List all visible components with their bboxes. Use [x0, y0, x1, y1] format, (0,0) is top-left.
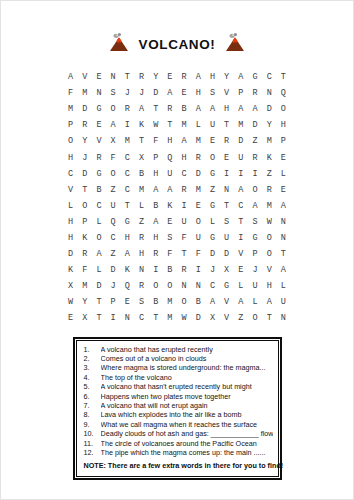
grid-cell[interactable]: R — [149, 246, 163, 262]
grid-cell[interactable]: M — [191, 133, 205, 149]
grid-cell[interactable]: L — [92, 214, 106, 230]
grid-cell[interactable]: V — [220, 310, 234, 326]
grid-cell[interactable]: C — [120, 182, 134, 198]
clue-text: Lava which explodes into the air like a … — [101, 410, 273, 419]
clue-text: A volcano that hasn't erupted recently b… — [101, 382, 273, 391]
grid-cell[interactable]: D — [205, 246, 219, 262]
grid-cell[interactable]: N — [276, 214, 290, 230]
clue-text: A volcano that has erupted recently — [101, 345, 273, 354]
grid-cell[interactable]: M — [78, 278, 92, 294]
grid-cell[interactable]: H — [64, 149, 78, 165]
grid-cell[interactable]: O — [163, 278, 177, 294]
grid-cell[interactable]: Z — [106, 246, 120, 262]
grid-cell[interactable]: P — [276, 133, 290, 149]
grid-cell[interactable]: S — [205, 85, 219, 101]
grid-cell[interactable]: H — [64, 214, 78, 230]
grid-cell[interactable]: K — [262, 149, 276, 165]
wordsearch-grid: AVENTRYERAHYAGCTFMNSJJDAEHSVPRNQMDGORATR… — [64, 69, 291, 327]
grid-cell[interactable]: O — [78, 198, 92, 214]
grid-cell[interactable]: B — [163, 262, 177, 278]
clue-item: 10.Deadly clouds of hot ash and gas: ___… — [84, 429, 273, 438]
grid-cell[interactable]: G — [120, 214, 134, 230]
grid-cell[interactable]: A — [177, 133, 191, 149]
grid-cell[interactable]: E — [276, 182, 290, 198]
clue-text: The circle of volcanoes around the Pacif… — [101, 439, 273, 448]
grid-cell[interactable]: I — [106, 310, 120, 326]
grid-cell[interactable]: U — [220, 230, 234, 246]
grid-cell[interactable]: D — [78, 166, 92, 182]
grid-cell[interactable]: H — [191, 85, 205, 101]
grid-cell[interactable]: V — [262, 262, 276, 278]
clue-number: 6. — [84, 392, 101, 401]
grid-cell[interactable]: T — [276, 246, 290, 262]
grid-cell[interactable]: A — [191, 69, 205, 85]
grid-cell[interactable]: P — [106, 294, 120, 310]
grid-cell[interactable]: T — [92, 310, 106, 326]
grid-cell[interactable]: B — [134, 166, 148, 182]
grid-cell[interactable]: A — [191, 101, 205, 117]
grid-cell[interactable]: G — [92, 101, 106, 117]
clue-item: 1.A volcano that has erupted recently — [84, 345, 273, 354]
grid-cell[interactable]: M — [262, 198, 276, 214]
grid-cell[interactable]: M — [134, 182, 148, 198]
grid-cell[interactable]: L — [276, 166, 290, 182]
grid-cell[interactable]: C — [134, 310, 148, 326]
grid-cell[interactable]: G — [92, 166, 106, 182]
grid-cell[interactable]: R — [177, 69, 191, 85]
grid-cell[interactable]: F — [149, 133, 163, 149]
clue-number: 2. — [84, 354, 101, 363]
grid-cell[interactable]: S — [248, 214, 262, 230]
grid-cell[interactable]: L — [234, 278, 248, 294]
grid-cell[interactable]: N — [106, 69, 120, 85]
grid-cell[interactable]: O — [106, 166, 120, 182]
grid-cell[interactable]: R — [248, 85, 262, 101]
grid-cell[interactable]: A — [234, 294, 248, 310]
grid-cell[interactable]: A — [276, 262, 290, 278]
clue-item: 5.A volcano that hasn't erupted recently… — [84, 382, 273, 391]
grid-cell[interactable]: D — [191, 166, 205, 182]
grid-cell[interactable]: Z — [234, 310, 248, 326]
grid-cell[interactable]: V — [92, 133, 106, 149]
grid-cell[interactable]: M — [120, 133, 134, 149]
grid-cell[interactable]: V — [220, 294, 234, 310]
grid-cell[interactable]: D — [92, 278, 106, 294]
grid-cell[interactable]: M — [177, 117, 191, 133]
grid-cell[interactable]: O — [149, 278, 163, 294]
grid-cell[interactable]: L — [276, 278, 290, 294]
grid-cell[interactable]: E — [92, 69, 106, 85]
grid-cell[interactable]: B — [149, 294, 163, 310]
grid-cell[interactable]: T — [134, 133, 148, 149]
grid-cell[interactable]: H — [149, 230, 163, 246]
clue-list: 1.A volcano that has erupted recently2.C… — [84, 345, 273, 458]
grid-cell[interactable]: A — [149, 214, 163, 230]
grid-cell[interactable]: W — [177, 310, 191, 326]
grid-cell[interactable]: N — [120, 310, 134, 326]
grid-cell[interactable]: T — [149, 310, 163, 326]
clue-text: A volcano that will not erupt again — [101, 401, 273, 410]
clue-box-inner: 1.A volcano that has erupted recently2.C… — [76, 340, 279, 477]
grid-cell[interactable]: U — [205, 117, 219, 133]
grid-cell[interactable]: Q — [106, 214, 120, 230]
grid-cell[interactable]: A — [106, 117, 120, 133]
grid-cell[interactable]: L — [134, 198, 148, 214]
grid-cell[interactable]: R — [78, 246, 92, 262]
grid-cell[interactable]: M — [78, 85, 92, 101]
grid-cell[interactable]: N — [191, 278, 205, 294]
grid-cell[interactable]: U — [191, 230, 205, 246]
grid-cell[interactable]: W — [149, 117, 163, 133]
grid-cell[interactable]: V — [64, 182, 78, 198]
grid-cell[interactable]: A — [149, 182, 163, 198]
grid-cell[interactable]: G — [248, 230, 262, 246]
grid-cell[interactable]: J — [134, 85, 148, 101]
grid-cell[interactable]: A — [64, 69, 78, 85]
grid-cell[interactable]: P — [149, 149, 163, 165]
grid-cell[interactable]: X — [106, 133, 120, 149]
grid-cell[interactable]: E — [191, 198, 205, 214]
grid-cell[interactable]: A — [120, 246, 134, 262]
grid-cell[interactable]: T — [78, 182, 92, 198]
volcano-icon — [224, 32, 246, 56]
grid-cell[interactable]: F — [106, 149, 120, 165]
grid-cell[interactable]: O — [262, 246, 276, 262]
grid-cell[interactable]: A — [248, 198, 262, 214]
grid-cell[interactable]: D — [248, 117, 262, 133]
grid-cell[interactable]: E — [64, 310, 78, 326]
grid-cell[interactable]: G — [205, 166, 219, 182]
grid-cell[interactable]: F — [177, 230, 191, 246]
grid-cell[interactable]: F — [64, 85, 78, 101]
grid-cell[interactable]: I — [248, 166, 262, 182]
grid-cell[interactable]: D — [64, 246, 78, 262]
grid-cell[interactable]: O — [276, 101, 290, 117]
grid-cell[interactable]: S — [106, 85, 120, 101]
clue-item: 8.Lava which explodes into the air like … — [84, 410, 273, 419]
grid-cell[interactable]: J — [205, 262, 219, 278]
grid-cell[interactable]: Q — [163, 149, 177, 165]
clue-item: 7.A volcano that will not erupt again — [84, 401, 273, 410]
grid-cell[interactable]: Y — [78, 294, 92, 310]
grid-cell[interactable]: J — [248, 262, 262, 278]
grid-cell[interactable]: C — [262, 69, 276, 85]
grid-cell[interactable]: X — [78, 310, 92, 326]
grid-cell[interactable]: E — [120, 294, 134, 310]
grid-cell[interactable]: D — [191, 310, 205, 326]
clue-number: 7. — [84, 401, 101, 410]
grid-cell[interactable]: O — [177, 294, 191, 310]
grid-cell[interactable]: D — [262, 101, 276, 117]
grid-cell[interactable]: N — [220, 182, 234, 198]
clue-number: 12. — [84, 448, 101, 457]
grid-cell[interactable]: C — [120, 166, 134, 182]
grid-cell[interactable]: N — [134, 262, 148, 278]
clue-number: 5. — [84, 382, 101, 391]
grid-cell[interactable]: H — [205, 69, 219, 85]
grid-cell[interactable]: T — [262, 310, 276, 326]
clue-number: 1. — [84, 345, 101, 354]
grid-cell[interactable]: C — [120, 149, 134, 165]
grid-cell[interactable]: T — [276, 69, 290, 85]
grid-cell[interactable]: E — [234, 262, 248, 278]
grid-cell[interactable]: R — [177, 262, 191, 278]
grid-cell[interactable]: U — [106, 198, 120, 214]
grid-cell[interactable]: O — [248, 182, 262, 198]
grid-cell[interactable]: X — [205, 310, 219, 326]
grid-cell[interactable]: K — [64, 262, 78, 278]
grid-cell[interactable]: O — [92, 230, 106, 246]
grid-cell[interactable]: E — [163, 214, 177, 230]
grid-cell[interactable]: J — [106, 278, 120, 294]
clue-text: What we call magma when it reaches the s… — [101, 420, 273, 429]
grid-cell[interactable]: M — [234, 117, 248, 133]
grid-cell[interactable]: D — [78, 101, 92, 117]
grid-cell[interactable]: M — [262, 133, 276, 149]
grid-cell[interactable]: T — [177, 246, 191, 262]
grid-cell[interactable]: O — [191, 214, 205, 230]
grid-cell[interactable]: R — [78, 117, 92, 133]
grid-cell[interactable]: U — [234, 149, 248, 165]
clue-number: 9. — [84, 420, 101, 429]
grid-cell[interactable]: R — [134, 69, 148, 85]
note-text: NOTE: There are a few extra words in the… — [84, 461, 273, 471]
grid-cell[interactable]: Z — [248, 133, 262, 149]
grid-cell[interactable]: M — [163, 294, 177, 310]
grid-cell[interactable]: T — [220, 198, 234, 214]
grid-cell[interactable]: I — [234, 230, 248, 246]
grid-cell[interactable]: F — [78, 262, 92, 278]
grid-cell[interactable]: H — [134, 246, 148, 262]
grid-cell[interactable]: I — [234, 166, 248, 182]
grid-cell[interactable]: N — [262, 85, 276, 101]
grid-cell[interactable]: K — [78, 230, 92, 246]
grid-cell[interactable]: H — [262, 278, 276, 294]
grid-cell[interactable]: D — [220, 246, 234, 262]
grid-cell[interactable]: L — [191, 117, 205, 133]
grid-cell[interactable]: H — [220, 101, 234, 117]
grid-cell[interactable]: M — [191, 182, 205, 198]
grid-cell[interactable]: L — [205, 214, 219, 230]
grid-cell[interactable]: H — [149, 166, 163, 182]
worksheet-header: VOLCANO! — [0, 32, 354, 56]
grid-cell[interactable]: H — [163, 133, 177, 149]
grid-cell[interactable]: Q — [120, 278, 134, 294]
grid-cell[interactable]: D — [106, 262, 120, 278]
grid-cell[interactable]: C — [106, 230, 120, 246]
grid-cell[interactable]: R — [262, 182, 276, 198]
grid-cell[interactable]: E — [205, 133, 219, 149]
grid-cell[interactable]: A — [205, 294, 219, 310]
grid-cell[interactable]: R — [163, 101, 177, 117]
grid-cell[interactable]: A — [248, 101, 262, 117]
grid-cell[interactable]: C — [205, 278, 219, 294]
grid-cell[interactable]: H — [276, 117, 290, 133]
grid-cell[interactable]: U — [248, 278, 262, 294]
grid-cell[interactable]: A — [205, 101, 219, 117]
clue-number: 4. — [84, 373, 101, 382]
grid-cell[interactable]: D — [149, 85, 163, 101]
grid-cell[interactable]: G — [205, 198, 219, 214]
grid-cell[interactable]: H — [177, 149, 191, 165]
grid-cell[interactable]: T — [120, 69, 134, 85]
grid-cell[interactable]: A — [234, 69, 248, 85]
grid-cell[interactable]: I — [120, 117, 134, 133]
grid-cell[interactable]: L — [248, 294, 262, 310]
grid-cell[interactable]: O — [262, 230, 276, 246]
grid-cell[interactable]: P — [234, 85, 248, 101]
grid-cell[interactable]: C — [234, 198, 248, 214]
grid-cell[interactable]: Y — [78, 133, 92, 149]
grid-cell[interactable]: Q — [276, 85, 290, 101]
grid-cell[interactable]: T — [163, 117, 177, 133]
grid-cell[interactable]: A — [276, 198, 290, 214]
grid-cell[interactable]: U — [163, 166, 177, 182]
grid-cell[interactable]: R — [92, 149, 106, 165]
grid-cell[interactable]: R — [134, 278, 148, 294]
grid-cell[interactable]: A — [262, 294, 276, 310]
volcano-icon — [108, 32, 130, 56]
grid-cell[interactable]: A — [163, 85, 177, 101]
grid-cell[interactable]: G — [205, 230, 219, 246]
clue-number: 11. — [84, 439, 101, 448]
grid-cell[interactable]: N — [276, 310, 290, 326]
grid-cell[interactable]: X — [220, 262, 234, 278]
grid-cell[interactable]: G — [220, 278, 234, 294]
grid-cell[interactable]: E — [163, 69, 177, 85]
grid-cell[interactable]: P — [248, 246, 262, 262]
grid-cell[interactable]: O — [106, 101, 120, 117]
grid-cell[interactable]: M — [64, 101, 78, 117]
grid-cell[interactable]: K — [163, 198, 177, 214]
grid-cell[interactable]: C — [64, 166, 78, 182]
worksheet-page: VOLCANO! AVENTRYERAHYAGCTFMNSJJDAEHSVPRN… — [0, 0, 354, 500]
grid-cell[interactable]: I — [191, 262, 205, 278]
clue-item: 2.Comes out of a volcano in clouds — [84, 354, 273, 363]
grid-cell[interactable]: J — [78, 149, 92, 165]
grid-cell[interactable]: V — [78, 69, 92, 85]
clue-text: Where magma is stored underground: the m… — [101, 363, 273, 372]
grid-cell[interactable]: V — [220, 85, 234, 101]
grid-cell[interactable]: B — [177, 101, 191, 117]
clue-item: 11.The circle of volcanoes around the Pa… — [84, 439, 273, 448]
grid-cell[interactable]: J — [120, 85, 134, 101]
grid-cell[interactable]: L — [92, 262, 106, 278]
grid-cell[interactable]: R — [177, 182, 191, 198]
grid-cell[interactable]: Z — [106, 182, 120, 198]
grid-cell[interactable]: O — [205, 149, 219, 165]
grid-cell[interactable]: A — [163, 182, 177, 198]
grid-cell[interactable]: Y — [220, 69, 234, 85]
clue-text: The top of the volcano — [101, 373, 273, 382]
clue-item: 3.Where magma is stored underground: the… — [84, 363, 273, 372]
grid-cell[interactable]: E — [276, 149, 290, 165]
grid-cell[interactable]: T — [120, 198, 134, 214]
clue-box: 1.A volcano that has erupted recently2.C… — [73, 337, 282, 480]
grid-cell[interactable]: E — [220, 149, 234, 165]
grid-cell[interactable]: B — [191, 294, 205, 310]
grid-cell[interactable]: U — [177, 214, 191, 230]
grid-cell[interactable]: I — [177, 198, 191, 214]
grid-cell[interactable]: I — [149, 262, 163, 278]
clue-text: Deadly clouds of hot ash and gas: ______… — [101, 429, 273, 438]
clue-item: 4.The top of the volcano — [84, 373, 273, 382]
grid-cell[interactable]: O — [248, 310, 262, 326]
grid-cell[interactable]: W — [262, 214, 276, 230]
grid-cell[interactable]: R — [248, 149, 262, 165]
grid-cell[interactable]: R — [191, 149, 205, 165]
clue-item: 9.What we call magma when it reaches the… — [84, 420, 273, 429]
grid-cell[interactable]: Y — [262, 117, 276, 133]
grid-cell[interactable]: E — [92, 117, 106, 133]
grid-cell[interactable]: K — [134, 117, 148, 133]
grid-cell[interactable]: N — [92, 85, 106, 101]
grid-cell[interactable]: A — [234, 182, 248, 198]
clue-number: 10. — [84, 429, 101, 438]
grid-cell[interactable]: R — [220, 133, 234, 149]
grid-cell[interactable]: H — [120, 230, 134, 246]
clue-number: 8. — [84, 410, 101, 419]
grid-cell[interactable]: M — [163, 310, 177, 326]
page-title: VOLCANO! — [139, 37, 216, 52]
grid-cell[interactable]: Z — [134, 214, 148, 230]
grid-cell[interactable]: F — [191, 246, 205, 262]
grid-cell[interactable]: W — [64, 294, 78, 310]
grid-cell[interactable]: A — [92, 246, 106, 262]
grid-cell[interactable]: U — [276, 294, 290, 310]
grid-cell[interactable]: A — [234, 101, 248, 117]
grid-cell[interactable]: N — [177, 278, 191, 294]
grid-cell[interactable]: T — [234, 214, 248, 230]
grid-cell[interactable]: K — [120, 262, 134, 278]
grid-cell[interactable]: G — [248, 69, 262, 85]
grid-cell[interactable]: C — [177, 166, 191, 182]
grid-cell[interactable]: S — [163, 230, 177, 246]
grid-cell[interactable]: X — [64, 278, 78, 294]
clue-text: The pipe which the magma comes up: the m… — [101, 448, 273, 457]
grid-cell[interactable]: V — [234, 246, 248, 262]
grid-cell[interactable]: Z — [262, 166, 276, 182]
grid-cell[interactable]: D — [234, 133, 248, 149]
grid-cell[interactable]: L — [64, 198, 78, 214]
grid-cell[interactable]: Y — [149, 69, 163, 85]
grid-cell[interactable]: F — [163, 246, 177, 262]
grid-cell[interactable]: H — [64, 230, 78, 246]
grid-cell[interactable]: I — [220, 166, 234, 182]
grid-cell[interactable]: P — [64, 117, 78, 133]
grid-cell[interactable]: X — [134, 149, 148, 165]
clue-text: Comes out of a volcano in clouds — [101, 354, 273, 363]
grid-cell[interactable]: T — [92, 294, 106, 310]
grid-cell[interactable]: A — [134, 101, 148, 117]
grid-cell[interactable]: R — [120, 101, 134, 117]
grid-cell[interactable]: N — [276, 230, 290, 246]
grid-cell[interactable]: T — [149, 101, 163, 117]
grid-cell[interactable]: R — [134, 230, 148, 246]
grid-cell[interactable]: Z — [205, 182, 219, 198]
grid-cell[interactable]: C — [92, 198, 106, 214]
grid-cell[interactable]: T — [220, 117, 234, 133]
grid-cell[interactable]: P — [78, 214, 92, 230]
grid-cell[interactable]: B — [92, 182, 106, 198]
clue-number: 3. — [84, 363, 101, 372]
grid-cell[interactable]: B — [149, 198, 163, 214]
grid-cell[interactable]: E — [177, 85, 191, 101]
grid-cell[interactable]: O — [64, 133, 78, 149]
grid-cell[interactable]: S — [134, 294, 148, 310]
grid-cell[interactable]: S — [220, 214, 234, 230]
clue-item: 6.Happens when two plates move together — [84, 392, 273, 401]
